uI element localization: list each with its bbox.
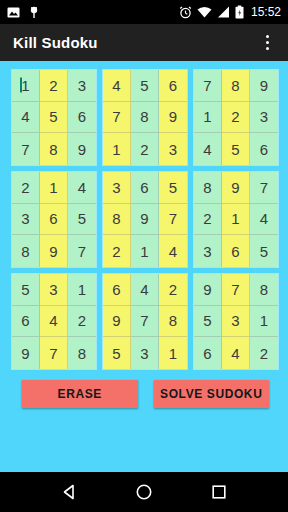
cell-r1c9[interactable]: 9 (250, 70, 278, 102)
signal-icon (217, 6, 230, 18)
sudoku-block-5: 365897214 (102, 171, 188, 268)
cell-r2c8[interactable]: 2 (222, 102, 250, 134)
cell-r4c1[interactable]: 2 (12, 172, 40, 204)
cell-r7c7[interactable]: 9 (194, 274, 222, 306)
cell-r8c1[interactable]: 6 (12, 306, 40, 338)
cell-r5c2[interactable]: 6 (40, 204, 68, 236)
text-cursor (20, 78, 22, 93)
cell-r7c6[interactable]: 2 (159, 274, 187, 306)
battery-charging-icon (235, 5, 244, 19)
cell-r8c5[interactable]: 7 (131, 306, 159, 338)
cell-r1c5[interactable]: 5 (131, 70, 159, 102)
cell-r9c5[interactable]: 3 (131, 337, 159, 369)
navigation-bar (0, 472, 288, 512)
sudoku-block-7: 531642978 (11, 273, 97, 370)
alarm-icon (179, 6, 192, 19)
app-bar: Kill Sudoku (0, 24, 288, 61)
sudoku-block-4: 214365897 (11, 171, 97, 268)
cell-r9c7[interactable]: 6 (194, 337, 222, 369)
cell-r7c2[interactable]: 3 (40, 274, 68, 306)
cell-r9c3[interactable]: 8 (68, 337, 96, 369)
cell-r8c7[interactable]: 5 (194, 306, 222, 338)
cell-r6c4[interactable]: 2 (103, 235, 131, 267)
cell-r3c3[interactable]: 9 (68, 133, 96, 165)
cell-r9c4[interactable]: 5 (103, 337, 131, 369)
recents-icon (210, 483, 228, 501)
sudoku-grid: 1234567894567891237891234562143658973658… (11, 69, 279, 370)
cell-r2c2[interactable]: 5 (40, 102, 68, 134)
recents-button[interactable] (210, 483, 228, 501)
back-icon (60, 483, 78, 501)
cell-r5c8[interactable]: 1 (222, 204, 250, 236)
cell-r1c3[interactable]: 3 (68, 70, 96, 102)
sudoku-block-9: 978531642 (193, 273, 279, 370)
cell-r3c4[interactable]: 1 (103, 133, 131, 165)
cell-r6c5[interactable]: 1 (131, 235, 159, 267)
cell-r3c2[interactable]: 8 (40, 133, 68, 165)
cell-r2c3[interactable]: 6 (68, 102, 96, 134)
back-button[interactable] (60, 483, 78, 501)
cell-r5c9[interactable]: 4 (250, 204, 278, 236)
cell-r3c1[interactable]: 7 (12, 133, 40, 165)
cell-r6c1[interactable]: 8 (12, 235, 40, 267)
cell-r7c5[interactable]: 4 (131, 274, 159, 306)
cell-r3c8[interactable]: 5 (222, 133, 250, 165)
cell-r4c8[interactable]: 9 (222, 172, 250, 204)
cell-r9c6[interactable]: 1 (159, 337, 187, 369)
cell-r9c1[interactable]: 9 (12, 337, 40, 369)
cell-r6c8[interactable]: 6 (222, 235, 250, 267)
status-left-icons (7, 6, 39, 19)
cell-r5c4[interactable]: 8 (103, 204, 131, 236)
cell-r1c6[interactable]: 6 (159, 70, 187, 102)
cell-r4c5[interactable]: 6 (131, 172, 159, 204)
cell-r1c4[interactable]: 4 (103, 70, 131, 102)
cell-r1c7[interactable]: 7 (194, 70, 222, 102)
cell-r9c8[interactable]: 4 (222, 337, 250, 369)
cell-r3c6[interactable]: 3 (159, 133, 187, 165)
cell-r2c9[interactable]: 3 (250, 102, 278, 134)
sudoku-block-2: 456789123 (102, 69, 188, 166)
cell-r3c5[interactable]: 2 (131, 133, 159, 165)
sudoku-block-8: 642978531 (102, 273, 188, 370)
cell-r2c7[interactable]: 1 (194, 102, 222, 134)
cell-r7c9[interactable]: 8 (250, 274, 278, 306)
cell-r7c3[interactable]: 1 (68, 274, 96, 306)
cell-r8c9[interactable]: 1 (250, 306, 278, 338)
cell-r5c1[interactable]: 3 (12, 204, 40, 236)
wifi-icon (197, 6, 212, 18)
cell-r6c2[interactable]: 9 (40, 235, 68, 267)
cell-r4c2[interactable]: 1 (40, 172, 68, 204)
cell-r9c9[interactable]: 2 (250, 337, 278, 369)
cell-r9c2[interactable]: 7 (40, 337, 68, 369)
sudoku-block-6: 897214365 (193, 171, 279, 268)
app-title: Kill Sudoku (13, 34, 260, 51)
sudoku-block-3: 789123456 (193, 69, 279, 166)
button-row: ERASE SOLVE SUDOKU (0, 380, 288, 408)
overflow-menu-icon[interactable] (260, 31, 275, 54)
cell-r8c2[interactable]: 4 (40, 306, 68, 338)
status-right-icons: 15:52 (179, 5, 281, 19)
usb-pin-icon (29, 6, 39, 19)
cell-r1c1[interactable]: 1 (12, 70, 40, 102)
cell-r7c8[interactable]: 7 (222, 274, 250, 306)
cell-r8c8[interactable]: 3 (222, 306, 250, 338)
cell-r5c7[interactable]: 2 (194, 204, 222, 236)
cell-r4c9[interactable]: 7 (250, 172, 278, 204)
status-time: 15:52 (249, 6, 281, 18)
cell-r5c6[interactable]: 7 (159, 204, 187, 236)
cell-r8c4[interactable]: 9 (103, 306, 131, 338)
cell-r4c6[interactable]: 5 (159, 172, 187, 204)
cell-r8c3[interactable]: 2 (68, 306, 96, 338)
cell-r4c3[interactable]: 4 (68, 172, 96, 204)
cell-r8c6[interactable]: 8 (159, 306, 187, 338)
cell-r7c4[interactable]: 6 (103, 274, 131, 306)
cell-r6c7[interactable]: 3 (194, 235, 222, 267)
home-icon (135, 483, 153, 501)
cell-r3c9[interactable]: 6 (250, 133, 278, 165)
cell-r7c1[interactable]: 5 (12, 274, 40, 306)
cell-r1c8[interactable]: 8 (222, 70, 250, 102)
cell-r6c9[interactable]: 5 (250, 235, 278, 267)
cell-r6c3[interactable]: 7 (68, 235, 96, 267)
cell-r5c5[interactable]: 9 (131, 204, 159, 236)
home-button[interactable] (135, 483, 153, 501)
phone-screen: 15:52 Kill Sudoku 1234567894567891237891… (0, 0, 288, 512)
cell-r3c7[interactable]: 4 (194, 133, 222, 165)
cell-r4c4[interactable]: 3 (103, 172, 131, 204)
cell-r2c6[interactable]: 9 (159, 102, 187, 134)
cell-r2c1[interactable]: 4 (12, 102, 40, 134)
cell-r6c6[interactable]: 4 (159, 235, 187, 267)
image-icon (7, 7, 20, 18)
cell-r5c3[interactable]: 5 (68, 204, 96, 236)
status-bar: 15:52 (0, 0, 288, 24)
cell-r2c4[interactable]: 7 (103, 102, 131, 134)
solve-button[interactable]: SOLVE SUDOKU (154, 380, 270, 408)
sudoku-block-1: 123456789 (11, 69, 97, 166)
cell-r2c5[interactable]: 8 (131, 102, 159, 134)
erase-button[interactable]: ERASE (22, 380, 138, 408)
cell-r4c7[interactable]: 8 (194, 172, 222, 204)
cell-r1c2[interactable]: 2 (40, 70, 68, 102)
